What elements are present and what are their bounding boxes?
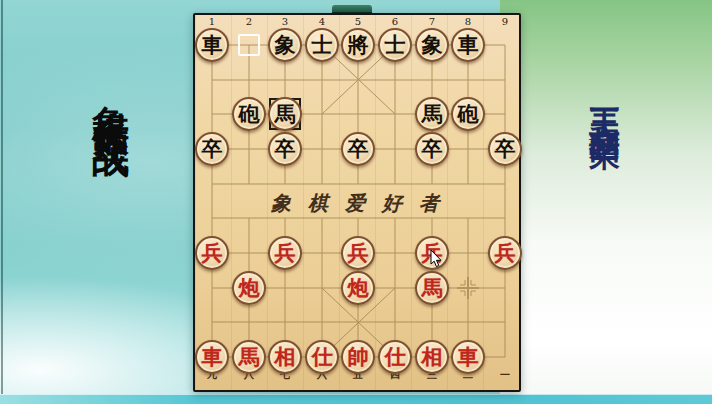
piece-red-horse[interactable]: 馬 [232, 340, 266, 374]
piece-glyph: 卒 [275, 134, 296, 164]
piece-glyph: 象 [422, 30, 443, 60]
piece-glyph: 將 [348, 30, 369, 60]
piece-red-chariot[interactable]: 車 [451, 340, 485, 374]
piece-black-horse[interactable]: 馬 [268, 97, 302, 131]
piece-glyph: 馬 [422, 273, 443, 303]
piece-glyph: 炮 [348, 273, 369, 303]
video-frame: 象棋大师实战 王天一和赵国荣 123456789 九八七六五四三二一 象棋爱好者… [0, 0, 712, 404]
piece-glyph: 馬 [422, 99, 443, 129]
piece-glyph: 相 [422, 342, 443, 372]
piece-black-cannon[interactable]: 砲 [232, 97, 266, 131]
piece-red-advisor[interactable]: 仕 [378, 340, 412, 374]
piece-glyph: 炮 [239, 273, 260, 303]
crosshair-marker [457, 277, 479, 299]
piece-red-soldier[interactable]: 兵 [268, 236, 302, 270]
piece-glyph: 砲 [458, 99, 479, 129]
piece-glyph: 車 [202, 342, 223, 372]
piece-black-cannon[interactable]: 砲 [451, 97, 485, 131]
last-move-origin-marker [238, 34, 260, 56]
piece-glyph: 馬 [239, 342, 260, 372]
bottom-band [0, 394, 712, 404]
piece-red-advisor[interactable]: 仕 [305, 340, 339, 374]
piece-red-horse[interactable]: 馬 [415, 271, 449, 305]
piece-black-advisor[interactable]: 士 [378, 28, 412, 62]
file-label-top: 7 [425, 15, 439, 28]
left-edge-line [1, 0, 3, 404]
piece-red-chariot[interactable]: 車 [195, 340, 229, 374]
piece-glyph: 卒 [422, 134, 443, 164]
piece-glyph: 砲 [239, 99, 260, 129]
right-caption: 王天一和赵国荣 [584, 84, 626, 119]
piece-red-elephant[interactable]: 相 [415, 340, 449, 374]
piece-glyph: 卒 [202, 134, 223, 164]
piece-glyph: 仕 [312, 342, 333, 372]
piece-glyph: 象 [275, 30, 296, 60]
piece-glyph: 馬 [275, 99, 296, 129]
piece-black-elephant[interactable]: 象 [268, 28, 302, 62]
piece-black-horse[interactable]: 馬 [415, 97, 449, 131]
piece-glyph: 士 [312, 30, 333, 60]
piece-red-elephant[interactable]: 相 [268, 340, 302, 374]
piece-black-advisor[interactable]: 士 [305, 28, 339, 62]
file-label-top: 9 [498, 15, 512, 28]
piece-glyph: 兵 [275, 238, 296, 268]
file-label-top: 8 [461, 15, 475, 28]
file-label-top: 1 [205, 15, 219, 28]
file-label-top: 5 [351, 15, 365, 28]
mouse-cursor-icon [430, 250, 443, 268]
piece-glyph: 卒 [495, 134, 516, 164]
piece-red-cannon[interactable]: 炮 [232, 271, 266, 305]
piece-glyph: 兵 [495, 238, 516, 268]
file-label-top: 6 [388, 15, 402, 28]
piece-glyph: 士 [385, 30, 406, 60]
piece-red-soldier[interactable]: 兵 [341, 236, 375, 270]
piece-black-elephant[interactable]: 象 [415, 28, 449, 62]
piece-red-cannon[interactable]: 炮 [341, 271, 375, 305]
file-label-bottom: 一 [497, 368, 513, 381]
piece-glyph: 車 [202, 30, 223, 60]
file-label-top: 2 [242, 15, 256, 28]
file-label-top: 3 [278, 15, 292, 28]
piece-glyph: 車 [458, 342, 479, 372]
piece-glyph: 車 [458, 30, 479, 60]
piece-red-soldier[interactable]: 兵 [488, 236, 522, 270]
background-right-panel [500, 0, 712, 404]
piece-glyph: 仕 [385, 342, 406, 372]
piece-black-soldier[interactable]: 卒 [415, 132, 449, 166]
piece-glyph: 兵 [348, 238, 369, 268]
piece-black-soldier[interactable]: 卒 [341, 132, 375, 166]
piece-red-general[interactable]: 帥 [341, 340, 375, 374]
piece-glyph: 相 [275, 342, 296, 372]
file-label-top: 4 [315, 15, 329, 28]
piece-glyph: 帥 [348, 342, 369, 372]
piece-red-soldier[interactable]: 兵 [195, 236, 229, 270]
piece-black-soldier[interactable]: 卒 [195, 132, 229, 166]
piece-black-chariot[interactable]: 車 [451, 28, 485, 62]
piece-black-soldier[interactable]: 卒 [488, 132, 522, 166]
xiangqi-board[interactable]: 123456789 九八七六五四三二一 象棋爱好者 車象士將士象車砲馬馬砲卒卒卒… [193, 13, 521, 392]
piece-black-soldier[interactable]: 卒 [268, 132, 302, 166]
left-caption: 象棋大师实战 [85, 76, 135, 118]
river-watermark: 象棋爱好者 [271, 190, 456, 217]
piece-glyph: 卒 [348, 134, 369, 164]
piece-glyph: 兵 [202, 238, 223, 268]
piece-black-general[interactable]: 將 [341, 28, 375, 62]
piece-black-chariot[interactable]: 車 [195, 28, 229, 62]
